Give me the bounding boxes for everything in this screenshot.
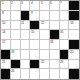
crossword-cell[interactable] — [60, 69, 70, 79]
crossword-cell[interactable] — [30, 69, 40, 79]
crossword-cell[interactable]: 20 — [69, 50, 79, 60]
crossword-cell[interactable]: 12 — [40, 21, 50, 31]
crossword-cell[interactable]: 21 — [1, 60, 11, 70]
crossword-cell[interactable]: 8 — [1, 11, 11, 21]
clue-number: 3 — [21, 1, 23, 4]
crossword-cell[interactable] — [60, 21, 70, 31]
crossword-cell[interactable] — [40, 40, 50, 50]
black-cell — [60, 50, 70, 60]
crossword-cell[interactable] — [21, 60, 31, 70]
clue-number: 10 — [2, 21, 5, 24]
black-cell — [1, 69, 11, 79]
crossword-cell[interactable] — [40, 30, 50, 40]
black-cell — [50, 30, 60, 40]
crossword-cell[interactable] — [11, 30, 21, 40]
crossword-cell[interactable] — [50, 11, 60, 21]
clue-number: 19 — [11, 50, 14, 53]
crossword-cell[interactable] — [50, 69, 60, 79]
crossword-cell[interactable]: 24 — [11, 69, 21, 79]
crossword-cell[interactable]: 17 — [1, 40, 11, 50]
clue-number: 14 — [2, 30, 5, 33]
clue-number: 4 — [31, 1, 33, 4]
black-cell — [69, 40, 79, 50]
clue-number: 23 — [60, 60, 63, 63]
clue-number: 18 — [50, 40, 53, 43]
black-cell — [21, 11, 31, 21]
crossword-cell[interactable] — [40, 11, 50, 21]
crossword-cell[interactable]: 2 — [11, 1, 21, 11]
clue-number: 22 — [41, 60, 44, 63]
crossword-cell[interactable] — [30, 50, 40, 60]
clue-number: 15 — [31, 30, 34, 33]
clue-number: 13 — [70, 21, 73, 24]
crossword-cell[interactable]: 1 — [1, 1, 11, 11]
clue-number: 17 — [2, 40, 5, 43]
black-cell — [69, 1, 79, 11]
crossword-cell[interactable]: 4 — [30, 1, 40, 11]
crossword-grid: 123456789101112131415161718192021222324 — [0, 0, 80, 80]
crossword-cell[interactable] — [40, 50, 50, 60]
crossword-cell[interactable] — [11, 40, 21, 50]
clue-number: 9 — [31, 11, 33, 14]
crossword-cell[interactable] — [21, 69, 31, 79]
clue-number: 5 — [41, 1, 43, 4]
crossword-cell[interactable] — [50, 21, 60, 31]
clue-number: 24 — [11, 69, 14, 72]
crossword-cell[interactable] — [11, 21, 21, 31]
crossword-cell[interactable] — [40, 69, 50, 79]
clue-number: 16 — [60, 30, 63, 33]
crossword-cell[interactable] — [69, 60, 79, 70]
black-cell — [69, 11, 79, 21]
clue-number: 1 — [2, 1, 4, 4]
crossword-cell[interactable] — [11, 11, 21, 21]
crossword-cell[interactable]: 14 — [1, 30, 11, 40]
crossword-cell[interactable] — [21, 50, 31, 60]
clue-number: 12 — [41, 21, 44, 24]
black-cell — [30, 60, 40, 70]
crossword-cell[interactable]: 18 — [50, 40, 60, 50]
crossword-cell[interactable]: 9 — [30, 11, 40, 21]
crossword-cell[interactable]: 22 — [40, 60, 50, 70]
crossword-cell[interactable]: 19 — [11, 50, 21, 60]
crossword-cell[interactable] — [30, 40, 40, 50]
crossword-cell[interactable] — [60, 11, 70, 21]
crossword-cell[interactable]: 15 — [30, 30, 40, 40]
crossword-cell[interactable]: 3 — [21, 1, 31, 11]
black-cell — [30, 21, 40, 31]
black-cell — [1, 50, 11, 60]
crossword-cell[interactable]: 16 — [60, 30, 70, 40]
clue-number: 20 — [70, 50, 73, 53]
clue-number: 21 — [2, 60, 5, 63]
crossword-cell[interactable] — [21, 40, 31, 50]
clue-number: 8 — [2, 11, 4, 14]
black-cell — [69, 69, 79, 79]
crossword-cell[interactable] — [50, 60, 60, 70]
crossword-cell[interactable]: 10 — [1, 21, 11, 31]
crossword-cell[interactable]: 7 — [60, 1, 70, 11]
crossword-cell[interactable] — [69, 30, 79, 40]
crossword-cell[interactable]: 6 — [50, 1, 60, 11]
crossword-cell[interactable]: 13 — [69, 21, 79, 31]
crossword-cell[interactable]: 5 — [40, 1, 50, 11]
crossword-cell[interactable]: 11 — [21, 21, 31, 31]
black-cell — [11, 60, 21, 70]
crossword-cell[interactable] — [21, 30, 31, 40]
clue-number: 11 — [21, 21, 24, 24]
clue-number: 7 — [60, 1, 62, 4]
crossword-cell[interactable] — [60, 40, 70, 50]
clue-number: 2 — [11, 1, 13, 4]
crossword-cell[interactable] — [50, 50, 60, 60]
crossword-cell[interactable]: 23 — [60, 60, 70, 70]
clue-number: 6 — [50, 1, 52, 4]
